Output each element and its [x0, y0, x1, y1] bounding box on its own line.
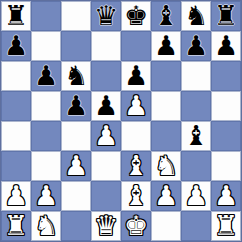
square-g8[interactable]: ♞ [181, 1, 211, 31]
square-h6[interactable] [211, 61, 241, 91]
square-c8[interactable] [61, 1, 91, 31]
square-g5[interactable] [181, 91, 211, 121]
black-pawn[interactable]: ♟ [34, 62, 58, 89]
white-pawn[interactable]: ♟ [64, 152, 88, 179]
square-d4[interactable]: ♟ [91, 121, 121, 151]
black-queen[interactable]: ♛ [94, 2, 118, 29]
square-b4[interactable] [31, 121, 61, 151]
square-f5[interactable] [151, 91, 181, 121]
square-d3[interactable] [91, 151, 121, 181]
square-c5[interactable]: ♟ [61, 91, 91, 121]
square-h1[interactable]: ♜ [211, 211, 241, 241]
black-bishop[interactable]: ♝ [184, 122, 208, 149]
white-rook[interactable]: ♜ [214, 212, 238, 239]
black-pawn[interactable]: ♟ [154, 32, 178, 59]
square-e5[interactable]: ♟ [121, 91, 151, 121]
square-a4[interactable] [1, 121, 31, 151]
square-f4[interactable] [151, 121, 181, 151]
black-rook[interactable]: ♜ [214, 2, 238, 29]
square-b2[interactable]: ♟ [31, 181, 61, 211]
square-f2[interactable]: ♟ [151, 181, 181, 211]
square-c7[interactable] [61, 31, 91, 61]
square-e7[interactable] [121, 31, 151, 61]
square-g7[interactable]: ♟ [181, 31, 211, 61]
square-c4[interactable] [61, 121, 91, 151]
square-a6[interactable] [1, 61, 31, 91]
black-bishop[interactable]: ♝ [154, 2, 178, 29]
square-h7[interactable]: ♟ [211, 31, 241, 61]
black-pawn[interactable]: ♟ [184, 32, 208, 59]
white-bishop[interactable]: ♝ [124, 182, 148, 209]
square-f6[interactable] [151, 61, 181, 91]
white-bishop[interactable]: ♝ [124, 152, 148, 179]
square-b5[interactable] [31, 91, 61, 121]
square-g2[interactable]: ♟ [181, 181, 211, 211]
white-pawn[interactable]: ♟ [214, 182, 238, 209]
square-c2[interactable] [61, 181, 91, 211]
square-c1[interactable] [61, 211, 91, 241]
white-pawn[interactable]: ♟ [34, 182, 58, 209]
white-pawn[interactable]: ♟ [154, 182, 178, 209]
square-d2[interactable] [91, 181, 121, 211]
square-e4[interactable] [121, 121, 151, 151]
square-a2[interactable]: ♟ [1, 181, 31, 211]
black-rook[interactable]: ♜ [4, 2, 28, 29]
square-d1[interactable]: ♛ [91, 211, 121, 241]
square-d8[interactable]: ♛ [91, 1, 121, 31]
square-d6[interactable] [91, 61, 121, 91]
square-h3[interactable] [211, 151, 241, 181]
square-a3[interactable] [1, 151, 31, 181]
white-pawn[interactable]: ♟ [4, 182, 28, 209]
black-pawn[interactable]: ♟ [64, 92, 88, 119]
square-c3[interactable]: ♟ [61, 151, 91, 181]
black-pawn[interactable]: ♟ [124, 62, 148, 89]
square-g3[interactable] [181, 151, 211, 181]
white-pawn[interactable]: ♟ [184, 182, 208, 209]
black-pawn[interactable]: ♟ [94, 92, 118, 119]
square-e8[interactable]: ♚ [121, 1, 151, 31]
square-e6[interactable]: ♟ [121, 61, 151, 91]
square-g6[interactable] [181, 61, 211, 91]
square-e3[interactable]: ♝ [121, 151, 151, 181]
square-a1[interactable]: ♜ [1, 211, 31, 241]
square-h2[interactable]: ♟ [211, 181, 241, 211]
white-knight[interactable]: ♞ [154, 152, 178, 179]
square-b7[interactable] [31, 31, 61, 61]
square-d7[interactable] [91, 31, 121, 61]
square-e2[interactable]: ♝ [121, 181, 151, 211]
square-h8[interactable]: ♜ [211, 1, 241, 31]
white-pawn[interactable]: ♟ [94, 122, 118, 149]
white-queen[interactable]: ♛ [94, 212, 118, 239]
square-f1[interactable] [151, 211, 181, 241]
white-knight[interactable]: ♞ [34, 212, 58, 239]
white-king[interactable]: ♚ [124, 212, 148, 239]
square-f3[interactable]: ♞ [151, 151, 181, 181]
square-h4[interactable] [211, 121, 241, 151]
square-a8[interactable]: ♜ [1, 1, 31, 31]
chess-board: ♜♛♚♝♞♜♟♟♟♟♟♞♟♟♟♟♟♝♟♝♞♟♟♝♟♟♟♜♞♛♚♜ [0, 0, 242, 242]
square-g1[interactable] [181, 211, 211, 241]
black-pawn[interactable]: ♟ [214, 32, 238, 59]
black-king[interactable]: ♚ [124, 2, 148, 29]
black-knight[interactable]: ♞ [184, 2, 208, 29]
square-h5[interactable] [211, 91, 241, 121]
square-c6[interactable]: ♞ [61, 61, 91, 91]
square-b1[interactable]: ♞ [31, 211, 61, 241]
white-rook[interactable]: ♜ [4, 212, 28, 239]
black-knight[interactable]: ♞ [64, 62, 88, 89]
black-pawn[interactable]: ♟ [4, 32, 28, 59]
square-d5[interactable]: ♟ [91, 91, 121, 121]
square-g4[interactable]: ♝ [181, 121, 211, 151]
square-e1[interactable]: ♚ [121, 211, 151, 241]
square-b3[interactable] [31, 151, 61, 181]
square-a5[interactable] [1, 91, 31, 121]
square-b8[interactable] [31, 1, 61, 31]
white-pawn[interactable]: ♟ [124, 92, 148, 119]
square-f7[interactable]: ♟ [151, 31, 181, 61]
square-a7[interactable]: ♟ [1, 31, 31, 61]
square-b6[interactable]: ♟ [31, 61, 61, 91]
square-f8[interactable]: ♝ [151, 1, 181, 31]
